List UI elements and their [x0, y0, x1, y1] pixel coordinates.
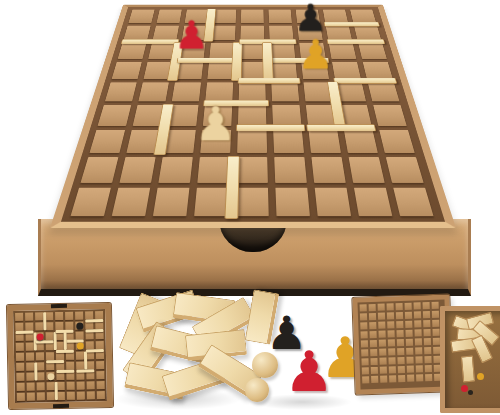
mini-tile [36, 352, 44, 360]
mini-tile [26, 343, 34, 351]
mini-natural-pawn [47, 373, 54, 380]
mini-wall-e4h [56, 350, 74, 353]
lid-tile [415, 338, 422, 345]
lid-tile [423, 311, 430, 318]
mini-board [7, 303, 113, 409]
board-tile [379, 130, 414, 153]
lid-tile [406, 357, 413, 364]
mini-tile [96, 371, 104, 379]
lid-tile [425, 365, 432, 372]
lid-tile [414, 311, 421, 318]
board-tile [332, 62, 361, 79]
board-tile [354, 26, 381, 41]
tray-yellow-pawn [477, 373, 484, 380]
lid-tile [361, 331, 368, 338]
mini-tile [86, 351, 94, 359]
lid-tile [397, 357, 404, 364]
board-tile [272, 105, 301, 126]
mini-wall-h4h [86, 349, 104, 352]
lid-tile [416, 374, 423, 381]
mini-tile [86, 371, 94, 379]
board-tile [207, 62, 234, 79]
board-tile [128, 10, 154, 23]
board-tile [368, 82, 400, 101]
mini-wall-a2h [15, 331, 33, 334]
natural-pawn: ♟ [197, 98, 234, 149]
board-tile [120, 157, 156, 183]
lid-tile [423, 302, 430, 309]
box-clasp-icon [53, 404, 69, 408]
mini-tile [65, 312, 73, 320]
lid-tile [360, 304, 367, 311]
mini-tile [55, 312, 63, 320]
mini-tile [37, 382, 45, 390]
lid-tile [387, 303, 394, 310]
natural-ball [245, 378, 269, 402]
mini-tile [97, 391, 105, 399]
mini-wall-d8v [55, 382, 58, 400]
wall-h1h [324, 22, 380, 26]
lid-tile [389, 375, 396, 382]
mini-tile [15, 323, 23, 331]
mini-tile [66, 362, 74, 370]
mini-tile [36, 342, 44, 350]
mini-tile [85, 321, 93, 329]
board-tile [240, 43, 265, 59]
board-tile [239, 82, 266, 101]
mini-tile [95, 311, 103, 319]
lid-tile [423, 329, 430, 336]
mini-wall-h1h [85, 319, 103, 322]
mini-tile [37, 392, 45, 400]
mini-tile [66, 352, 74, 360]
mini-tile [17, 393, 25, 401]
mini-tile [76, 361, 84, 369]
mini-tile [47, 382, 55, 390]
lid-tile [370, 349, 377, 356]
board-tile [112, 188, 150, 217]
game-board: ♟♟♟♟ [50, 5, 456, 228]
lid-tile [360, 313, 367, 320]
inset-pawn-set: ♟♟♟ [244, 306, 368, 415]
mini-tile [16, 353, 24, 361]
lid-tile [378, 322, 385, 329]
board-tile [138, 82, 168, 101]
tray-dark-piece [468, 390, 473, 395]
board-tile [269, 10, 292, 23]
mini-tile [67, 382, 75, 390]
lid-tile [369, 313, 376, 320]
box-lid-grid [352, 294, 452, 394]
mini-tile [27, 383, 35, 391]
mini-tile [17, 383, 25, 391]
board-tile [350, 10, 376, 23]
lid-tile [380, 376, 387, 383]
board-tile [238, 105, 266, 126]
mini-tile [46, 352, 54, 360]
mini-tile [56, 342, 64, 350]
board-tile [354, 188, 392, 217]
lid-tile [416, 365, 423, 372]
lid-tile [360, 322, 367, 329]
lid-tile [380, 367, 387, 374]
tray-wall-plank [461, 356, 475, 383]
lid-tile [379, 349, 386, 356]
lid-tile [378, 304, 385, 311]
yellow-pawn: ♟ [300, 32, 332, 76]
mini-wall-h2h [85, 329, 103, 332]
mini-tile [56, 352, 64, 360]
wall-d8v [224, 156, 239, 219]
board-tile [309, 130, 341, 153]
product-photo-page: ♟♟♟♟ ♟♟♟ [0, 0, 500, 415]
mini-wall-e6h [56, 370, 74, 373]
lid-tile [415, 347, 422, 354]
mini-tile [27, 393, 35, 401]
lid-tile [396, 312, 403, 319]
mini-tile [97, 381, 105, 389]
lid-tile [396, 330, 403, 337]
board-tile [269, 26, 293, 41]
board-tile [235, 188, 268, 217]
board-tile [275, 188, 309, 217]
lid-tile [370, 340, 377, 347]
lid-tile [405, 330, 412, 337]
board-tile [344, 130, 378, 153]
board-tile [197, 157, 230, 183]
lid-tile [379, 340, 386, 347]
mini-wall-g6h [76, 369, 94, 372]
mini-tile [45, 312, 53, 320]
lid-tile [379, 358, 386, 365]
lid-tile [396, 321, 403, 328]
board-tile [158, 157, 192, 183]
board-tile [112, 62, 142, 79]
mini-tile [75, 312, 83, 320]
mini-wall-d5h [46, 360, 64, 363]
lid-tile [405, 321, 412, 328]
box-clasp-icon [51, 304, 67, 308]
mini-tile [46, 332, 54, 340]
mini-tile [66, 372, 74, 380]
board-tile [349, 157, 385, 183]
inset-wall-planks [108, 296, 250, 415]
mini-wall-e3v [63, 332, 66, 350]
lid-tile [389, 366, 396, 373]
lid-tile [432, 329, 439, 336]
mini-tile [65, 332, 73, 340]
lid-tile [406, 339, 413, 346]
box-tray [440, 306, 500, 413]
mini-tile [15, 313, 23, 321]
mini-tile [96, 351, 104, 359]
wall-e4h [238, 78, 301, 84]
wall-h4h [333, 78, 397, 84]
mini-tile [85, 331, 93, 339]
board-tile [273, 130, 304, 153]
board-tile [90, 130, 126, 153]
mini-tile [16, 333, 24, 341]
board-tile [237, 130, 267, 153]
lid-tile [432, 302, 439, 309]
mini-tile [66, 342, 74, 350]
mini-tile [47, 392, 55, 400]
mini-tile [77, 391, 85, 399]
mini-tile [25, 313, 33, 321]
mini-tile [45, 322, 53, 330]
lid-tile [432, 311, 439, 318]
lid-tile [388, 348, 395, 355]
mini-tile [36, 362, 44, 370]
lid-tile [424, 356, 431, 363]
lid-tile [369, 304, 376, 311]
tray-red-pawn [461, 385, 468, 392]
lid-tile [406, 348, 413, 355]
lid-tile [370, 331, 377, 338]
board-tile [81, 157, 119, 183]
mini-tile [85, 311, 93, 319]
mini-tile [35, 322, 43, 330]
board-tile [386, 157, 424, 183]
lid-tile [362, 367, 369, 374]
lid-tile [361, 358, 368, 365]
mini-tile [76, 371, 84, 379]
board-tile [123, 26, 150, 41]
lid-tile [362, 376, 369, 383]
mini-tile [26, 353, 34, 361]
lid-tile [387, 312, 394, 319]
mini-tile [16, 373, 24, 381]
mini-tile [16, 363, 24, 371]
lid-tile [423, 320, 430, 327]
wall-e3v [262, 42, 273, 81]
mini-tile [77, 381, 85, 389]
mini-tile [75, 332, 83, 340]
mini-tile [57, 392, 65, 400]
mini-tile [36, 372, 44, 380]
mini-tile [55, 332, 63, 340]
lid-tile [361, 340, 368, 347]
board-tile [213, 10, 236, 23]
lid-tile [405, 303, 412, 310]
lid-tile [370, 358, 377, 365]
board-tile [209, 43, 234, 59]
mini-tile [76, 351, 84, 359]
board-tile [98, 105, 132, 126]
red-pawn: ♟ [176, 14, 206, 56]
lid-tile [379, 331, 386, 338]
lid-tile [405, 312, 412, 319]
mini-tile [56, 362, 64, 370]
board-tile [71, 188, 111, 217]
lid-tile [397, 339, 404, 346]
mini-tile [57, 382, 65, 390]
mini-tile [26, 363, 34, 371]
mini-tile [67, 392, 75, 400]
lid-tile [371, 376, 378, 383]
mini-tile [96, 361, 104, 369]
board-tile [153, 188, 189, 217]
lid-tile [407, 375, 414, 382]
board-tile [105, 82, 137, 101]
board-tile [239, 62, 265, 79]
storage-box-front [38, 219, 471, 296]
mini-tile [56, 372, 64, 380]
lid-tile [388, 339, 395, 346]
board-tile [363, 62, 393, 79]
lid-tile [415, 356, 422, 363]
mini-tile [86, 341, 94, 349]
mini-wall-b6v [34, 362, 37, 380]
mini-tile [95, 321, 103, 329]
mini-tile [46, 362, 54, 370]
board-tile [211, 26, 235, 41]
board-tile [271, 62, 298, 79]
lid-tile [388, 330, 395, 337]
spare-wall-back-rim [247, 0, 253, 10]
lid-tile [407, 366, 414, 373]
lid-tile [361, 349, 368, 356]
board-tile [241, 10, 264, 23]
lid-tile [414, 302, 421, 309]
lid-tile [398, 366, 405, 373]
board-tile [393, 188, 433, 217]
mini-wall-d3v [53, 332, 56, 350]
lid-tile [387, 321, 394, 328]
lid-tile [371, 367, 378, 374]
mini-tile [46, 342, 54, 350]
mini-tile [87, 381, 95, 389]
board-tile [315, 188, 351, 217]
lid-tile [397, 348, 404, 355]
board-tile [271, 82, 299, 101]
board-tile [270, 43, 295, 59]
lid-tile [433, 338, 440, 345]
mini-tile [86, 361, 94, 369]
wall-d3v [231, 42, 243, 81]
mini-wall-c1v [43, 312, 46, 330]
mini-tile [96, 341, 104, 349]
mini-tile [35, 312, 43, 320]
lid-tile [378, 313, 385, 320]
lid-tile [414, 329, 421, 336]
board-tile [373, 105, 406, 126]
lid-tile [388, 357, 395, 364]
lid-tile [414, 320, 421, 327]
board-tile [240, 26, 264, 41]
board-tile [358, 43, 387, 59]
board-tile [194, 188, 229, 217]
mini-wall-c3h [36, 340, 54, 343]
lid-tile [369, 322, 376, 329]
lid-tile [396, 303, 403, 310]
lid-tile [424, 347, 431, 354]
mini-tile [55, 322, 63, 330]
mini-tile [25, 323, 33, 331]
mini-tile [95, 331, 103, 339]
mini-tile [65, 322, 73, 330]
mini-tile [16, 343, 24, 351]
lid-tile [425, 374, 432, 381]
board-tile [118, 43, 147, 59]
inset-overhead-board [7, 303, 113, 409]
mini-wall-g5v [84, 351, 87, 369]
board-tile [311, 157, 345, 183]
mini-tile [26, 333, 34, 341]
board-tile [236, 157, 268, 183]
lid-tile [398, 375, 405, 382]
mini-tile [87, 391, 95, 399]
lid-tile [424, 338, 431, 345]
mini-tile [26, 373, 34, 381]
board-tile [274, 157, 307, 183]
lid-tile [432, 320, 439, 327]
inset-storage-box [354, 296, 451, 393]
